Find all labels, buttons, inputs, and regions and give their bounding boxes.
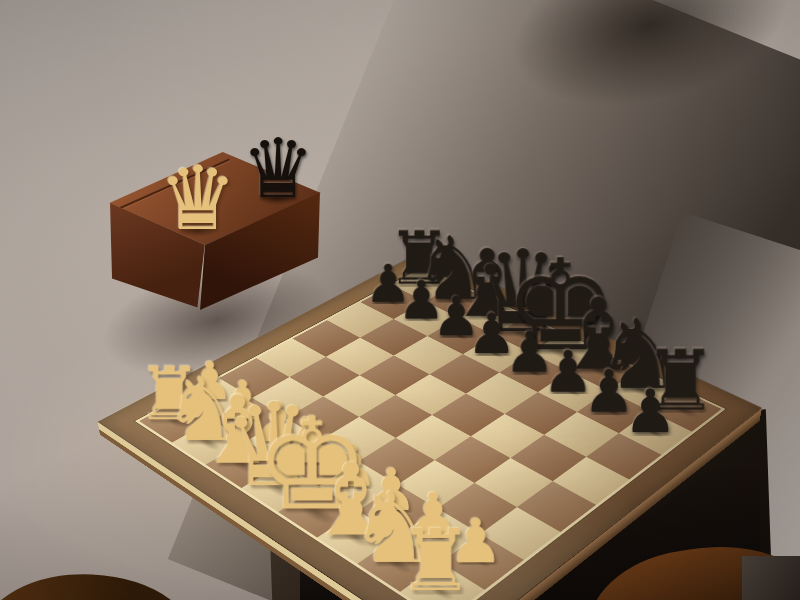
floor-corner bbox=[742, 556, 800, 600]
black-pawn-icon: ♟ bbox=[574, 262, 727, 435]
white-rook-icon: ♜ bbox=[348, 395, 525, 595]
spare-black-queen-piece: ♛ bbox=[238, 122, 318, 202]
chess-set-photo: ♛ ♛ ♜♞♝♛♚♝♞♜♟♟♟♟♟♟♟♟♟♟♟♟♟♟♟♟♜♞♝♛♚♝♞♜ bbox=[0, 0, 800, 600]
spare-white-queen-piece: ♛ bbox=[156, 150, 240, 234]
